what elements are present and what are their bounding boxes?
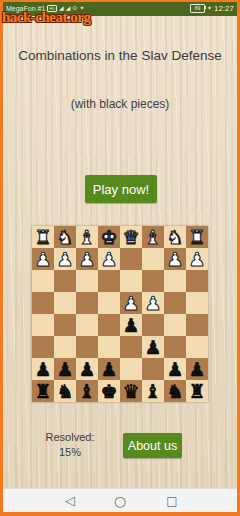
square-b6[interactable] xyxy=(164,336,186,358)
square-d3[interactable] xyxy=(120,270,142,292)
square-a8[interactable]: ♜ xyxy=(186,380,208,402)
black-pawn-piece[interactable]: ♟ xyxy=(54,358,76,380)
square-e7[interactable]: ♟ xyxy=(98,358,120,380)
resolved-value: 15% xyxy=(20,445,120,460)
white-pawn-piece[interactable]: ♟ xyxy=(32,248,54,270)
square-g5[interactable] xyxy=(54,314,76,336)
square-f7[interactable]: ♟ xyxy=(76,358,98,380)
white-king-piece[interactable]: ♚ xyxy=(98,226,120,248)
black-pawn-piece[interactable]: ♟ xyxy=(186,358,208,380)
square-e2[interactable]: ♟ xyxy=(98,248,120,270)
square-g2[interactable]: ♟ xyxy=(54,248,76,270)
charging-icon: ✦ xyxy=(207,5,212,11)
black-pawn-piece[interactable]: ♟ xyxy=(142,336,164,358)
square-f2[interactable]: ♟ xyxy=(76,248,98,270)
home-icon[interactable]: ○ xyxy=(108,489,132,513)
black-bishop-piece[interactable]: ♝ xyxy=(142,380,164,402)
square-b8[interactable]: ♞ xyxy=(164,380,186,402)
square-f8[interactable]: ♝ xyxy=(76,380,98,402)
square-h6[interactable] xyxy=(32,336,54,358)
white-bishop-piece[interactable]: ♝ xyxy=(76,226,98,248)
watermark-text: hack-cheat.org xyxy=(2,9,90,26)
white-rook-piece[interactable]: ♜ xyxy=(32,226,54,248)
square-a4[interactable] xyxy=(186,292,208,314)
white-queen-piece[interactable]: ♛ xyxy=(120,226,142,248)
square-f6[interactable] xyxy=(76,336,98,358)
white-bishop-piece[interactable]: ♝ xyxy=(142,226,164,248)
recents-icon[interactable]: □ xyxy=(160,489,184,513)
black-rook-piece[interactable]: ♜ xyxy=(186,380,208,402)
square-d8[interactable]: ♛ xyxy=(120,380,142,402)
square-e5[interactable] xyxy=(98,314,120,336)
back-icon[interactable]: ◁ xyxy=(58,489,82,513)
square-a7[interactable]: ♟ xyxy=(186,358,208,380)
square-h5[interactable] xyxy=(32,314,54,336)
square-d6[interactable] xyxy=(120,336,142,358)
play-now-button[interactable]: Play now! xyxy=(85,175,157,203)
square-b2[interactable]: ♟ xyxy=(164,248,186,270)
square-h3[interactable] xyxy=(32,270,54,292)
black-pawn-piece[interactable]: ♟ xyxy=(120,314,142,336)
square-f4[interactable] xyxy=(76,292,98,314)
page-title: Combinations in the Slav Defense xyxy=(15,47,225,64)
white-knight-piece[interactable]: ♞ xyxy=(54,226,76,248)
black-queen-piece[interactable]: ♛ xyxy=(120,380,142,402)
white-pawn-piece[interactable]: ♟ xyxy=(164,248,186,270)
white-pawn-piece[interactable]: ♟ xyxy=(98,248,120,270)
square-c3[interactable] xyxy=(142,270,164,292)
black-bishop-piece[interactable]: ♝ xyxy=(76,380,98,402)
square-g7[interactable]: ♟ xyxy=(54,358,76,380)
square-h4[interactable] xyxy=(32,292,54,314)
black-pawn-piece[interactable]: ♟ xyxy=(98,358,120,380)
android-nav-bar: ◁ ○ □ xyxy=(0,488,240,513)
page-subtitle: (with black pieces) xyxy=(15,97,225,111)
square-g4[interactable] xyxy=(54,292,76,314)
square-c5[interactable] xyxy=(142,314,164,336)
square-g8[interactable]: ♞ xyxy=(54,380,76,402)
battery-icon: 89 xyxy=(190,4,205,13)
square-c7[interactable] xyxy=(142,358,164,380)
black-pawn-piece[interactable]: ♟ xyxy=(32,358,54,380)
square-a3[interactable] xyxy=(186,270,208,292)
white-pawn-piece[interactable]: ♟ xyxy=(186,248,208,270)
about-us-button[interactable]: About us xyxy=(123,433,182,458)
square-f3[interactable] xyxy=(76,270,98,292)
square-c1[interactable]: ♝ xyxy=(142,226,164,248)
resolved-stat: Resolved: 15% xyxy=(20,430,120,460)
black-pawn-piece[interactable]: ♟ xyxy=(76,358,98,380)
square-e8[interactable]: ♚ xyxy=(98,380,120,402)
resolved-label: Resolved: xyxy=(20,430,120,445)
square-a6[interactable] xyxy=(186,336,208,358)
square-f5[interactable] xyxy=(76,314,98,336)
chess-board[interactable]: ♜♞♝♚♛♝♞♜♟♟♟♟♟♟♟♟♟♟♟♟♟♟♟♟♜♞♝♚♛♝♞♜ xyxy=(32,226,208,402)
square-h1[interactable]: ♜ xyxy=(32,226,54,248)
square-a1[interactable]: ♜ xyxy=(186,226,208,248)
square-e6[interactable] xyxy=(98,336,120,358)
square-a2[interactable]: ♟ xyxy=(186,248,208,270)
square-f1[interactable]: ♝ xyxy=(76,226,98,248)
white-pawn-piece[interactable]: ♟ xyxy=(120,292,142,314)
white-pawn-piece[interactable]: ♟ xyxy=(142,292,164,314)
square-c8[interactable]: ♝ xyxy=(142,380,164,402)
square-d7[interactable] xyxy=(120,358,142,380)
square-c6[interactable]: ♟ xyxy=(142,336,164,358)
square-g1[interactable]: ♞ xyxy=(54,226,76,248)
square-g3[interactable] xyxy=(54,270,76,292)
status-bar-right: 89 ✦ 12:27 xyxy=(190,4,234,13)
clock-label: 12:27 xyxy=(214,4,234,13)
square-c4[interactable]: ♟ xyxy=(142,292,164,314)
square-b7[interactable]: ♟ xyxy=(164,358,186,380)
app-screen: MegaFon #1 HD ◢ ◢ ⊙ ✦ 89 ✦ 12:27 hack-ch… xyxy=(0,0,240,516)
square-b5[interactable] xyxy=(164,314,186,336)
black-king-piece[interactable]: ♚ xyxy=(98,380,120,402)
square-d2[interactable] xyxy=(120,248,142,270)
black-knight-piece[interactable]: ♞ xyxy=(54,380,76,402)
square-g6[interactable] xyxy=(54,336,76,358)
square-b1[interactable]: ♞ xyxy=(164,226,186,248)
square-e1[interactable]: ♚ xyxy=(98,226,120,248)
square-d5[interactable]: ♟ xyxy=(120,314,142,336)
black-pawn-piece[interactable]: ♟ xyxy=(164,358,186,380)
white-pawn-piece[interactable]: ♟ xyxy=(54,248,76,270)
square-d1[interactable]: ♛ xyxy=(120,226,142,248)
square-e4[interactable] xyxy=(98,292,120,314)
square-h2[interactable]: ♟ xyxy=(32,248,54,270)
square-b4[interactable] xyxy=(164,292,186,314)
black-knight-piece[interactable]: ♞ xyxy=(164,380,186,402)
white-pawn-piece[interactable]: ♟ xyxy=(76,248,98,270)
square-c2[interactable] xyxy=(142,248,164,270)
square-e3[interactable] xyxy=(98,270,120,292)
square-b3[interactable] xyxy=(164,270,186,292)
square-h7[interactable]: ♟ xyxy=(32,358,54,380)
square-d4[interactable]: ♟ xyxy=(120,292,142,314)
square-h8[interactable]: ♜ xyxy=(32,380,54,402)
white-knight-piece[interactable]: ♞ xyxy=(164,226,186,248)
square-a5[interactable] xyxy=(186,314,208,336)
black-rook-piece[interactable]: ♜ xyxy=(32,380,54,402)
white-rook-piece[interactable]: ♜ xyxy=(186,226,208,248)
